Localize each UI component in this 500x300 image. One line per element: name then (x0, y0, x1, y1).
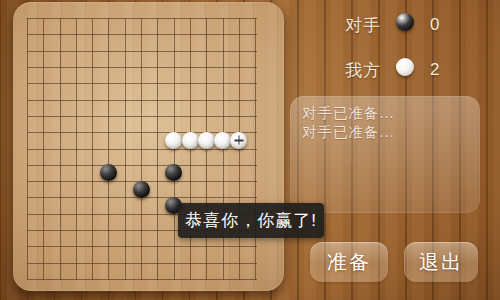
win-message: 恭喜你，你赢了! (178, 203, 324, 238)
log-message: 对手已准备... (302, 123, 468, 142)
black-stone-icon (396, 13, 414, 31)
board-grid (27, 18, 257, 280)
my-score: 2 (430, 60, 439, 80)
log-lines: 对手已准备...对手已准备... (302, 104, 468, 142)
ready-button[interactable]: 准备 (310, 242, 388, 282)
wood-background: { "game": "gomoku", "board": { "grid_lin… (0, 0, 500, 300)
log-message: 对手已准备... (302, 104, 468, 123)
message-log: 对手已准备...对手已准备... (290, 96, 480, 213)
white-stone-icon (396, 58, 414, 76)
opponent-label: 对手 (345, 14, 381, 37)
exit-button[interactable]: 退出 (404, 242, 478, 282)
opponent-score: 0 (430, 15, 439, 35)
game-board[interactable] (13, 2, 284, 291)
my-label: 我方 (345, 59, 381, 82)
